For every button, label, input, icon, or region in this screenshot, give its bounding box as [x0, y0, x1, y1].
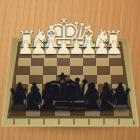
chess-scene: ♜♞♝♛♚♝♞♜♟♟♟♟♟♟♟♟♟♟♟♟♟♟♟♟♜♞♝♛♚♝♞♜	[0, 0, 140, 140]
piece-white-pawn-h2[interactable]: ♟	[16, 38, 35, 57]
piece-layer: ♜♞♝♛♚♝♞♜♟♟♟♟♟♟♟♟♟♟♟♟♟♟♟♟♜♞♝♛♚♝♞♜	[0, 0, 140, 140]
piece-black-rook-h8[interactable]: ♜	[4, 86, 32, 114]
